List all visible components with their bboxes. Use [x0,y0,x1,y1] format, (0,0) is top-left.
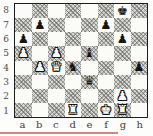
square-a3[interactable] [15,75,32,89]
rank-label-7: 7 [0,17,12,31]
square-g4[interactable] [114,61,131,75]
square-d5[interactable] [65,46,82,60]
square-b1[interactable] [32,103,49,117]
square-f5[interactable] [98,46,115,60]
square-c8[interactable] [48,4,65,18]
square-b3[interactable] [32,75,49,89]
white-pawn: ♟ [51,47,62,60]
square-a8[interactable] [15,4,32,18]
black-pawn: ♟ [117,33,128,46]
file-label-g: g [115,119,132,132]
square-g5[interactable] [114,46,131,60]
square-h4[interactable]: ♟ [131,61,148,75]
black-knight: ♞ [67,61,78,74]
square-b2[interactable] [32,89,49,103]
rank-label-3: 3 [0,75,12,89]
rank-labels: 87654321 [0,3,12,118]
chess-board: ♚♟♟♟♟♟♟♝♟♛♞♟♛♟♜♚♜ [14,3,148,118]
square-g8[interactable]: ♚ [114,4,131,18]
square-a2[interactable] [15,89,32,103]
rank-label-4: 4 [0,61,12,75]
square-d1[interactable]: ♜ [65,103,82,117]
square-c3[interactable] [48,75,65,89]
square-h1[interactable] [131,103,148,117]
square-h5[interactable] [131,46,148,60]
white-pawn: ♟ [18,47,29,60]
square-g3[interactable] [114,75,131,89]
square-a5[interactable]: ♟ [15,46,32,60]
chess-diagram: 87654321 ♚♟♟♟♟♟♟♝♟♛♞♟♛♟♜♚♜ abcdefgh [0,0,153,136]
square-e7[interactable] [81,18,98,32]
square-e4[interactable] [81,61,98,75]
square-h7[interactable] [131,18,148,32]
square-d6[interactable] [65,32,82,46]
rank-label-1: 1 [0,104,12,118]
square-b8[interactable] [32,4,49,18]
square-e3[interactable]: ♛ [81,75,98,89]
white-rook: ♜ [67,103,78,116]
square-d3[interactable] [65,75,82,89]
square-c1[interactable] [48,103,65,117]
square-e2[interactable] [81,89,98,103]
square-a4[interactable] [15,61,32,75]
white-queen: ♛ [51,61,62,74]
square-h6[interactable] [131,32,148,46]
rank-label-8: 8 [0,3,12,17]
square-g1[interactable]: ♜ [114,103,131,117]
white-rook: ♜ [117,103,128,116]
white-king: ♚ [100,103,111,116]
square-f2[interactable] [98,89,115,103]
square-c7[interactable] [48,18,65,32]
file-label-a: a [14,119,31,132]
rank-label-5: 5 [0,46,12,60]
square-b5[interactable] [32,46,49,60]
black-pawn: ♟ [18,33,29,46]
square-d7[interactable] [65,18,82,32]
black-king: ♚ [117,4,128,17]
square-h3[interactable] [131,75,148,89]
square-f8[interactable] [98,4,115,18]
black-pawn: ♟ [34,18,45,31]
square-f7[interactable]: ♟ [98,18,115,32]
file-label-h: h [131,119,148,132]
square-f3[interactable] [98,75,115,89]
square-b6[interactable] [32,32,49,46]
square-h8[interactable] [131,4,148,18]
square-d4[interactable]: ♞ [65,61,82,75]
square-a7[interactable] [15,18,32,32]
square-g7[interactable] [114,18,131,32]
square-c2[interactable] [48,89,65,103]
file-label-e: e [81,119,98,132]
square-e1[interactable] [81,103,98,117]
black-pawn: ♟ [133,61,144,74]
square-d2[interactable] [65,89,82,103]
square-a1[interactable] [15,103,32,117]
square-c4[interactable]: ♛ [48,61,65,75]
square-e5[interactable]: ♝ [81,46,98,60]
file-label-f: f [98,119,115,132]
file-label-c: c [48,119,65,132]
square-g6[interactable]: ♟ [114,32,131,46]
square-c5[interactable]: ♟ [48,46,65,60]
square-e6[interactable] [81,32,98,46]
square-b7[interactable]: ♟ [32,18,49,32]
black-pawn: ♟ [100,18,111,31]
white-pawn: ♟ [117,89,128,102]
rank-label-6: 6 [0,32,12,46]
square-e8[interactable] [81,4,98,18]
square-g2[interactable]: ♟ [114,89,131,103]
black-bishop: ♝ [84,47,95,60]
file-labels: abcdefgh [14,119,148,132]
square-c6[interactable] [48,32,65,46]
rank-label-2: 2 [0,89,12,103]
square-f1[interactable]: ♚ [98,103,115,117]
square-d8[interactable] [65,4,82,18]
square-f6[interactable] [98,32,115,46]
black-queen: ♛ [84,75,95,88]
scan-underline [0,132,118,134]
square-h2[interactable] [131,89,148,103]
file-label-d: d [64,119,81,132]
square-f4[interactable] [98,61,115,75]
square-b4[interactable]: ♟ [32,61,49,75]
file-label-b: b [31,119,48,132]
square-a6[interactable]: ♟ [15,32,32,46]
white-pawn: ♟ [34,61,45,74]
